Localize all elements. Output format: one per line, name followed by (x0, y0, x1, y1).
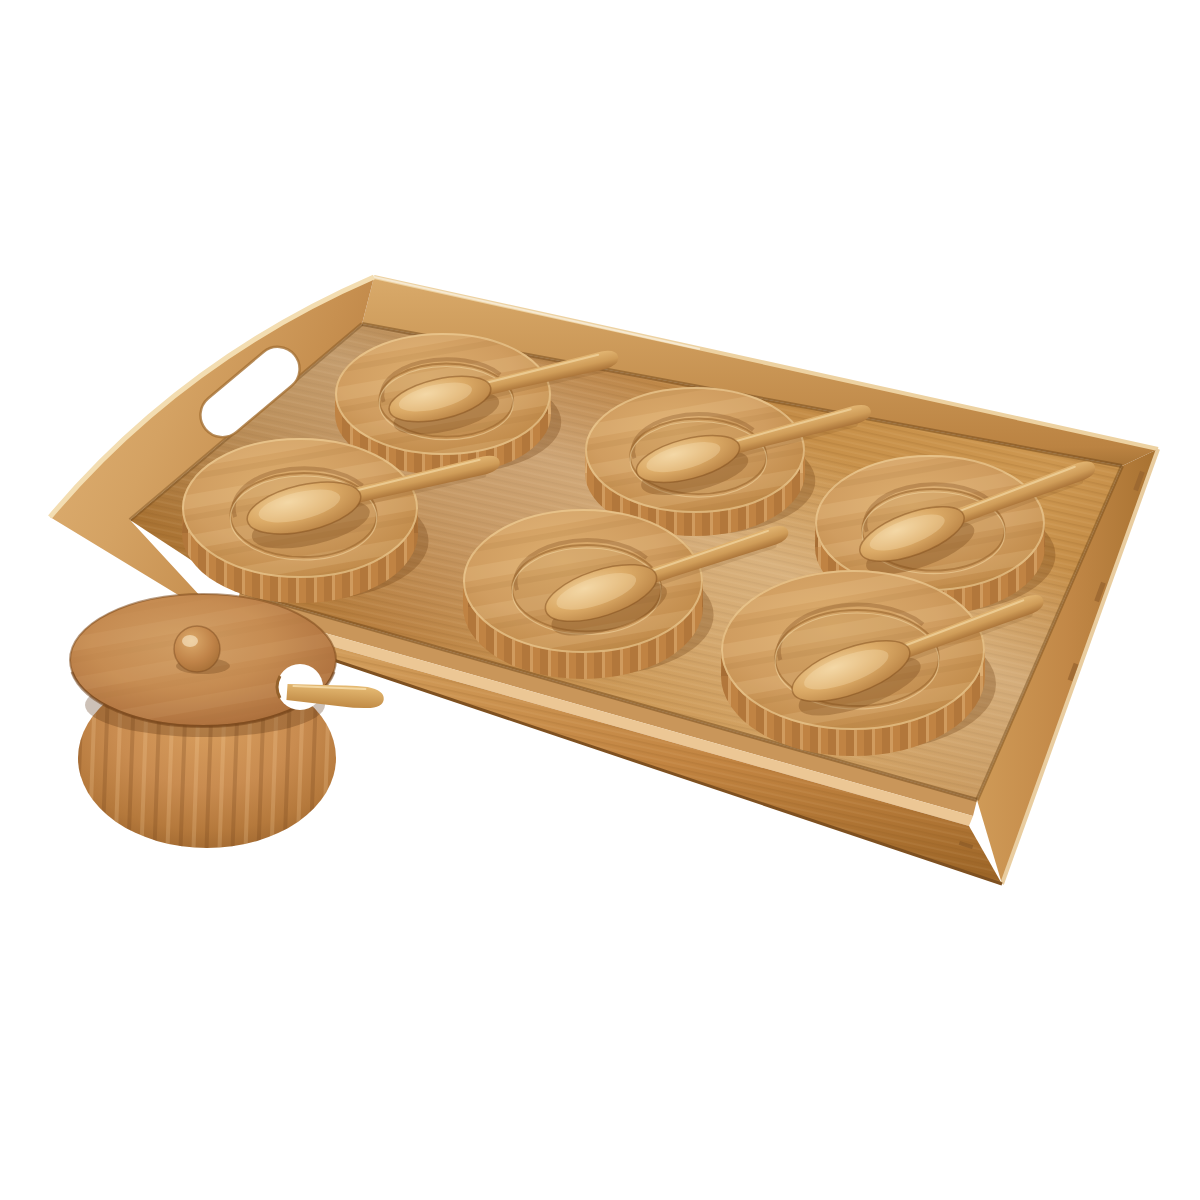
bamboo-serving-set-photo (0, 0, 1200, 1200)
knob-highlight (182, 635, 198, 647)
product-photo (0, 0, 1200, 1200)
sugar-bowl-lid (70, 594, 336, 727)
sugar-bowl-knob (174, 626, 220, 672)
